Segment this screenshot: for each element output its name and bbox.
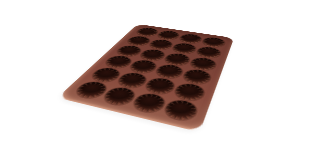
muffin-pan	[57, 24, 234, 132]
cup-grid	[69, 26, 227, 123]
muffin-cup	[129, 92, 167, 115]
muffin-cup	[161, 98, 199, 123]
photo-canvas	[0, 0, 313, 150]
